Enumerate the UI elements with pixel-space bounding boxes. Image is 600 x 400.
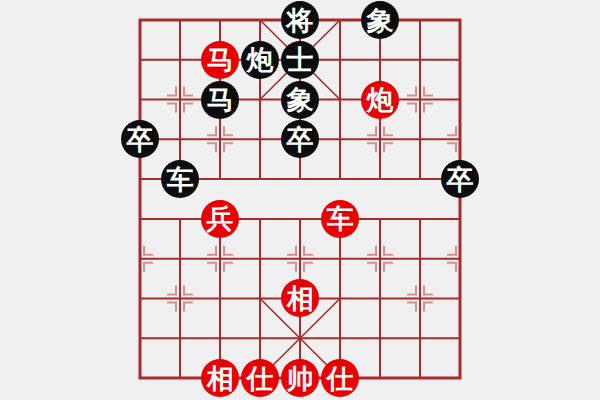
xiangqi-board: 将象马炮士马象炮卒卒车卒兵车相相仕帅仕 xyxy=(0,0,600,400)
pieces-layer: 将象马炮士马象炮卒卒车卒兵车相相仕帅仕 xyxy=(0,0,600,400)
piece-red-horse[interactable]: 马 xyxy=(201,41,239,79)
piece-black-horse[interactable]: 马 xyxy=(201,81,239,119)
piece-red-elephant[interactable]: 相 xyxy=(201,359,239,397)
piece-black-general[interactable]: 将 xyxy=(281,1,319,39)
piece-black-chariot[interactable]: 车 xyxy=(161,160,199,198)
piece-black-advisor[interactable]: 士 xyxy=(281,41,319,79)
piece-red-elephant[interactable]: 相 xyxy=(281,279,319,317)
piece-black-soldier[interactable]: 卒 xyxy=(441,160,479,198)
piece-black-cannon[interactable]: 炮 xyxy=(241,41,279,79)
piece-red-king[interactable]: 帅 xyxy=(281,359,319,397)
piece-red-cannon[interactable]: 炮 xyxy=(361,81,399,119)
piece-red-advisor[interactable]: 仕 xyxy=(321,359,359,397)
piece-black-elephant[interactable]: 象 xyxy=(281,81,319,119)
piece-black-elephant[interactable]: 象 xyxy=(361,1,399,39)
piece-red-advisor[interactable]: 仕 xyxy=(241,359,279,397)
piece-red-chariot[interactable]: 车 xyxy=(321,200,359,238)
piece-black-soldier[interactable]: 卒 xyxy=(121,120,159,158)
piece-black-soldier[interactable]: 卒 xyxy=(281,120,319,158)
piece-red-soldier[interactable]: 兵 xyxy=(201,200,239,238)
